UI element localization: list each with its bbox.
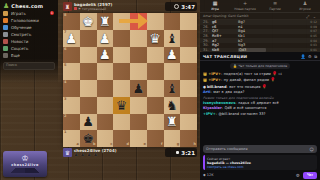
piece-white-pawn[interactable]: ♟ xyxy=(99,48,111,61)
top-player-avatar[interactable]: ♜ xyxy=(63,2,72,11)
square-e6[interactable] xyxy=(130,47,147,64)
rank-label: 2 xyxy=(64,115,66,119)
bottom-player-bar: ♛ chess24live (2704) ♟ ♟ ♟ ♟ 3:21 xyxy=(63,147,197,158)
chat-gear-icon[interactable]: ⚙ xyxy=(296,173,300,178)
square-g3[interactable]: ♞ xyxy=(164,97,181,114)
square-e1[interactable]: e xyxy=(130,130,147,147)
clock-icon xyxy=(174,4,180,10)
piece-white-queen[interactable]: ♛ xyxy=(149,32,161,45)
square-e4[interactable]: ♟ xyxy=(130,80,147,97)
square-f3[interactable] xyxy=(147,97,164,114)
square-c5[interactable] xyxy=(97,63,114,80)
piece-black-pawn[interactable]: ♟ xyxy=(82,115,94,128)
square-g2[interactable]: ♜ xyxy=(164,114,181,131)
square-c3[interactable] xyxy=(97,97,114,114)
square-f8[interactable] xyxy=(147,13,164,30)
piece-black-bishop[interactable]: ♝ xyxy=(166,82,178,95)
bottom-player-avatar[interactable]: ♛ xyxy=(63,148,72,157)
square-h5[interactable] xyxy=(180,63,197,80)
square-a5[interactable]: 5 xyxy=(63,63,80,80)
puzzle-icon xyxy=(3,18,8,23)
king-logo-icon: ♔ xyxy=(21,155,28,163)
chat-messages: 👑+IPV+: поднял(а) тост за стрим 🌹 x4👑+IP… xyxy=(200,71,320,143)
square-c8[interactable]: ♜ xyxy=(97,13,114,30)
emote-icon[interactable]: ☺ xyxy=(309,147,314,152)
cap-icon xyxy=(3,25,8,30)
square-a1[interactable]: 1a xyxy=(63,130,80,147)
chat-settings-icon[interactable]: ⚙ xyxy=(308,54,312,59)
sidebar-item-news[interactable]: Новости xyxy=(3,38,55,45)
piece-white-rook[interactable]: ♜ xyxy=(99,15,111,28)
mountains-graphic xyxy=(3,168,47,173)
top-player-clock: 3:47 xyxy=(165,2,197,11)
opening-name: Amar Opening: Gent Gambit xyxy=(203,14,249,18)
sidebar-item-puzzle[interactable]: Головоломки xyxy=(3,17,55,24)
sidebar-item-ellipsis[interactable]: Ещё xyxy=(3,52,55,59)
square-g8[interactable] xyxy=(164,13,181,30)
streamer-logo-text: chess24live xyxy=(11,163,38,167)
side-to-move-icon xyxy=(176,151,180,155)
square-b8[interactable]: ♚ xyxy=(80,13,97,30)
square-h6[interactable] xyxy=(180,47,197,64)
chat-username[interactable]: ivanychevonevs xyxy=(203,101,235,105)
file-label: f xyxy=(161,143,163,147)
piece-black-pawn[interactable]: ♟ xyxy=(133,82,145,95)
piece-black-knight[interactable]: ♞ xyxy=(166,99,178,112)
square-c4[interactable] xyxy=(97,80,114,97)
user-badge-icon: ● xyxy=(203,85,206,89)
square-b6[interactable] xyxy=(80,47,97,64)
square-a3[interactable]: 3 xyxy=(63,97,80,114)
square-b7[interactable] xyxy=(80,30,97,47)
chat-username[interactable]: bill.brand xyxy=(207,85,227,89)
sidebar-item-knight[interactable]: Играть1 xyxy=(3,10,55,17)
tab-players[interactable]: ♟Игроки xyxy=(290,0,320,12)
tab-plus[interactable]: +Новая партия xyxy=(230,0,260,12)
notification-badge: 1 xyxy=(50,11,54,15)
square-a4[interactable]: 4 xyxy=(63,80,80,97)
file-label: d xyxy=(126,143,129,147)
people-icon xyxy=(3,46,8,51)
square-d1[interactable]: d xyxy=(113,130,130,147)
square-h4[interactable] xyxy=(180,80,197,97)
square-f6[interactable] xyxy=(147,47,164,64)
square-c7[interactable]: ♟ xyxy=(97,30,114,47)
top-player-flag-icon xyxy=(74,7,77,10)
sidebar-item-people[interactable]: Соцсеть xyxy=(3,45,55,52)
piece-white-pawn[interactable]: ♟ xyxy=(166,48,178,61)
piece-white-rook[interactable]: ♜ xyxy=(166,115,178,128)
square-b1[interactable]: b♚ xyxy=(80,130,97,147)
chat-mode-pill: 🔒 Чат только для подписчиков xyxy=(230,63,290,69)
chat-username[interactable]: +IPV+ xyxy=(203,112,216,116)
rose-emote-icon: 🌹 xyxy=(262,84,267,89)
rank-label: 1 xyxy=(64,131,66,135)
piece-white-king[interactable]: ♚ xyxy=(82,15,94,28)
square-g5[interactable] xyxy=(164,63,181,80)
panel-options-icons[interactable]: ⤢ ⌄ xyxy=(306,14,317,19)
square-b5[interactable] xyxy=(80,63,97,80)
chat-input[interactable]: Отправить сообщение ☺ xyxy=(203,145,317,153)
square-g7[interactable]: ♝ xyxy=(164,30,181,47)
top-player-sub: ⚑ титулованный xyxy=(78,7,106,11)
square-e3[interactable] xyxy=(130,97,147,114)
square-d8[interactable] xyxy=(113,13,130,30)
tab-list[interactable]: ≡Партии xyxy=(260,0,290,12)
ellipsis-icon xyxy=(3,53,8,58)
square-d7[interactable] xyxy=(113,30,130,47)
rank-label: 3 xyxy=(64,98,66,102)
sidebar-item-tv[interactable]: Смотреть xyxy=(3,31,55,38)
square-a8[interactable]: 8 xyxy=(63,13,80,30)
square-h8[interactable] xyxy=(180,13,197,30)
chat-username[interactable]: Arti xyxy=(203,90,211,94)
chat-users-icon[interactable]: 👤 xyxy=(301,54,306,59)
pinned-info-card[interactable]: Сейчас играет: bagadelik — chess24live с… xyxy=(203,155,317,170)
list-icon: ≡ xyxy=(273,1,277,6)
square-d5[interactable] xyxy=(113,63,130,80)
square-f7[interactable]: ♛ xyxy=(147,30,164,47)
tv-icon xyxy=(3,32,8,37)
lock-icon: 🔒 xyxy=(233,64,237,68)
square-f4[interactable] xyxy=(147,80,164,97)
chat-header-title: ЧАТ ТРАНСЛЯЦИИ xyxy=(203,54,247,59)
square-c1[interactable]: c xyxy=(97,130,114,147)
move-list: 25. g6 Bg7 0:1226. c6 e4 0:0927. Qf7 Bg4… xyxy=(200,20,320,52)
sidebar-item-cap[interactable]: Обучение xyxy=(3,24,55,31)
chat-username[interactable]: +IPV+ xyxy=(208,78,221,82)
file-label: h xyxy=(194,143,197,147)
captured-pieces-tray: ♟ ♟ ♟ ♟ xyxy=(74,153,117,157)
pawn-logo-icon: ♟ xyxy=(3,3,9,10)
square-e8[interactable] xyxy=(130,13,147,30)
rank-label: 6 xyxy=(64,48,66,52)
file-label: a xyxy=(76,143,78,147)
file-label: c xyxy=(110,143,112,147)
square-c2[interactable] xyxy=(97,114,114,131)
user-badge-icon: 👑 xyxy=(203,72,207,76)
square-h7[interactable] xyxy=(180,30,197,47)
plus-icon: + xyxy=(243,1,247,6)
rank-label: 4 xyxy=(64,81,66,85)
logo-text: Chess.com xyxy=(11,3,43,9)
square-d2[interactable] xyxy=(113,114,130,131)
game-panel: ▦Игра+Новая партия≡Партии♟Игроки Amar Op… xyxy=(200,0,320,52)
square-d6[interactable] xyxy=(113,47,130,64)
square-g1[interactable]: g xyxy=(164,130,181,147)
square-f5[interactable] xyxy=(147,63,164,80)
chat-username[interactable]: +IPV+ xyxy=(208,72,221,76)
diamond-icon: ◆ xyxy=(203,173,206,177)
square-d4[interactable] xyxy=(113,80,130,97)
rank-label: 5 xyxy=(64,64,66,68)
piece-black-queen[interactable]: ♛ xyxy=(116,99,128,112)
file-label: g xyxy=(177,143,180,147)
square-c6[interactable]: ♟ xyxy=(97,47,114,64)
rank-label: 8 xyxy=(64,14,66,18)
players-icon: ♟ xyxy=(303,1,307,6)
square-b2[interactable]: ♟ xyxy=(80,114,97,131)
square-d3[interactable]: ♛ xyxy=(113,97,130,114)
file-label: e xyxy=(143,143,145,147)
chesscom-logo[interactable]: ♟ Chess.com xyxy=(3,2,55,10)
square-h3[interactable] xyxy=(180,97,197,114)
sidebar: ♟ Chess.com Играть1 Головоломки Обучение… xyxy=(0,0,58,84)
channel-points[interactable]: ◆12K xyxy=(203,173,213,177)
square-b4[interactable] xyxy=(80,80,97,97)
piece-black-king[interactable]: ♚ xyxy=(82,132,94,145)
search-input[interactable]: Поиск xyxy=(3,62,55,70)
square-a2[interactable]: 2 xyxy=(63,114,80,131)
tab-board[interactable]: ▦Игра xyxy=(200,0,230,12)
chat-send-button[interactable]: Чат xyxy=(303,172,317,179)
square-e2[interactable] xyxy=(130,114,147,131)
square-a6[interactable]: 6 xyxy=(63,47,80,64)
square-h2[interactable] xyxy=(180,114,197,131)
user-badge-icon: 👑 xyxy=(203,78,207,82)
square-a7[interactable]: 7♟ xyxy=(63,30,80,47)
square-f1[interactable]: f xyxy=(147,130,164,147)
piece-black-bishop[interactable]: ♝ xyxy=(166,32,178,45)
square-h1[interactable]: h xyxy=(180,130,197,147)
square-b3[interactable] xyxy=(80,97,97,114)
stream-chat-panel: ЧАТ ТРАНСЛЯЦИИ 👤 ⚙ ⧉ 🔒 Чат только для по… xyxy=(200,52,320,180)
streamer-logo-card: ♔ chess24live xyxy=(3,151,47,177)
piece-white-pawn[interactable]: ♟ xyxy=(66,32,78,45)
red-highlight xyxy=(130,13,147,30)
square-e5[interactable] xyxy=(130,63,147,80)
rose-emote-icon: 🌹 xyxy=(271,77,276,82)
chess-board[interactable]: 8♚♜7♟♟♛♝6♟♟54♟♝3♛♞2♟♜1ab♚cdefgh xyxy=(63,13,197,147)
square-f2[interactable] xyxy=(147,114,164,131)
piece-white-pawn[interactable]: ♟ xyxy=(99,32,111,45)
chat-popout-icon[interactable]: ⧉ xyxy=(314,54,317,59)
chat-username[interactable]: Kiyaskler xyxy=(203,106,222,110)
square-g4[interactable]: ♝ xyxy=(164,80,181,97)
top-player-bar: ♜ bagadelik (2597) ⚑ титулованный 3:47 xyxy=(63,1,197,12)
square-g6[interactable]: ♟ xyxy=(164,47,181,64)
news-icon xyxy=(3,39,8,44)
board-icon: ▦ xyxy=(213,1,218,6)
bottom-player-clock: 3:21 xyxy=(165,148,197,157)
square-e7[interactable] xyxy=(130,30,147,47)
knight-icon xyxy=(3,11,8,16)
chat-message: +IPV+: @bill.brand согласен 33? xyxy=(203,112,317,117)
